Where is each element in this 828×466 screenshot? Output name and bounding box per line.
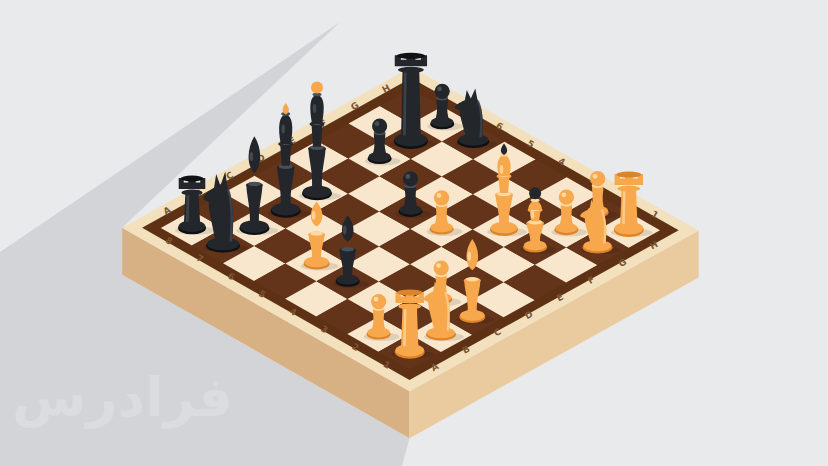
chess-illustration-canvas: AABBCCDDEEFFGGHH1122334455667788 فرادرس	[0, 0, 828, 466]
isometric-chessboard: AABBCCDDEEFFGGHH1122334455667788	[0, 0, 828, 466]
